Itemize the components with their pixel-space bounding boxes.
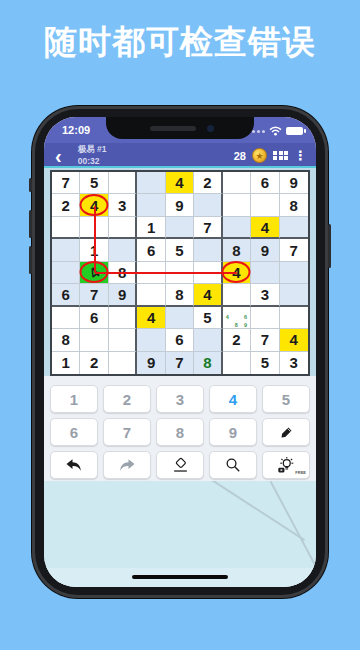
digit-button-7[interactable]: 7 [103, 418, 151, 446]
phone-frame: 12:09 ‹ 极易 #1 00:32 [32, 106, 328, 598]
cell-r8c9[interactable]: 4 [280, 329, 308, 351]
menu-icon[interactable]: ⋮ [294, 149, 307, 162]
mute-switch [29, 178, 32, 192]
cell-r3c1[interactable] [52, 217, 80, 239]
redo-icon [118, 458, 136, 473]
eraser-button[interactable] [156, 451, 204, 479]
cell-digit: 9 [261, 242, 269, 259]
cell-r2c7[interactable] [223, 194, 251, 216]
cell-r7c7[interactable]: 4689 [223, 307, 251, 329]
boards-grid-icon[interactable] [273, 151, 288, 161]
battery-icon [286, 127, 303, 135]
cell-r8c6[interactable] [194, 329, 222, 351]
digit-button-5[interactable]: 5 [262, 385, 310, 413]
cell-digit: 3 [118, 197, 126, 214]
back-button[interactable]: ‹ [55, 147, 62, 165]
cell-r1c5[interactable]: 4 [166, 172, 194, 194]
cell-r3c3[interactable] [109, 217, 137, 239]
cell-r8c7[interactable]: 2 [223, 329, 251, 351]
cell-r2c4[interactable] [137, 194, 165, 216]
cell-r9c7[interactable] [223, 352, 251, 374]
cell-r7c1[interactable] [52, 307, 80, 329]
magnifier-icon [225, 457, 241, 473]
cell-r9c8[interactable]: 5 [251, 352, 279, 374]
cell-r6c7[interactable] [223, 284, 251, 306]
cell-r9c9[interactable]: 3 [280, 352, 308, 374]
cell-r6c1[interactable]: 6 [52, 284, 80, 306]
cell-digit: 7 [90, 286, 98, 303]
cell-r4c1[interactable] [52, 239, 80, 261]
cell-digit: 4 [175, 174, 183, 191]
cell-digit: 7 [290, 242, 298, 259]
digit-button-2[interactable]: 2 [103, 385, 151, 413]
timer: 00:32 [78, 156, 100, 166]
cell-r3c5[interactable] [166, 217, 194, 239]
cell-digit: 5 [90, 174, 98, 191]
digit-button-9[interactable]: 9 [209, 418, 257, 446]
cell-r8c2[interactable] [80, 329, 108, 351]
cell-r2c1[interactable]: 2 [52, 194, 80, 216]
cell-digit: 7 [175, 354, 183, 371]
cell-r3c7[interactable] [223, 217, 251, 239]
phone-screen: 12:09 ‹ 极易 #1 00:32 [44, 117, 316, 587]
cell-r8c8[interactable]: 7 [251, 329, 279, 351]
nav-bar: ‹ 极易 #1 00:32 28 ★ ⋮ [44, 143, 316, 168]
puzzle-title: 极易 #1 [78, 144, 107, 154]
cell-r7c3[interactable] [109, 307, 137, 329]
cell-r9c6[interactable]: 8 [194, 352, 222, 374]
coin-count: 28 [234, 150, 246, 162]
cell-r5c8[interactable] [251, 262, 279, 284]
cell-r7c6[interactable]: 5 [194, 307, 222, 329]
digit-button-4-selected[interactable]: 4 [209, 385, 257, 413]
conflict-line-horizontal [95, 272, 237, 274]
eraser-icon [172, 457, 189, 473]
cell-digit: 4 [290, 331, 298, 348]
wifi-icon [269, 126, 282, 136]
cell-r9c2[interactable]: 2 [80, 352, 108, 374]
cell-digit: 5 [175, 242, 183, 259]
cell-r3c4[interactable]: 1 [137, 217, 165, 239]
cell-digit: 9 [147, 354, 155, 371]
cell-r5c9[interactable] [280, 262, 308, 284]
cell-digit: 9 [118, 286, 126, 303]
cell-r9c4[interactable]: 9 [137, 352, 165, 374]
cell-digit: 6 [147, 242, 155, 259]
cell-digit: 3 [290, 354, 298, 371]
cell-digit: 5 [203, 309, 211, 326]
cell-r5c2[interactable]: 4 [80, 262, 108, 284]
volume-up-button [29, 210, 32, 238]
cell-r4c6[interactable] [194, 239, 222, 261]
cell-digit: 4 [261, 219, 269, 236]
cell-digit: 1 [147, 219, 155, 236]
cell-digit: 6 [90, 309, 98, 326]
cell-r1c3[interactable] [109, 172, 137, 194]
cell-r3c6[interactable]: 7 [194, 217, 222, 239]
cell-r8c3[interactable] [109, 329, 137, 351]
error-circle [222, 261, 251, 283]
cell-digit: 2 [62, 197, 70, 214]
cell-digit: 8 [290, 197, 298, 214]
cell-r3c9[interactable] [280, 217, 308, 239]
cell-digit: 2 [203, 174, 211, 191]
cell-r6c4[interactable] [137, 284, 165, 306]
cell-digit: 6 [261, 174, 269, 191]
cell-digit: 2 [232, 331, 240, 348]
cell-r4c5[interactable]: 5 [166, 239, 194, 261]
cell-r6c9[interactable] [280, 284, 308, 306]
board-zone: 7542692439817416589748467984364546898627… [44, 166, 316, 376]
bottom-panel [44, 481, 316, 587]
digit-button-1[interactable]: 1 [50, 385, 98, 413]
cell-r9c3[interactable] [109, 352, 137, 374]
pencil-icon [279, 425, 294, 440]
status-bar: 12:09 [44, 117, 316, 143]
cell-r7c4[interactable]: 4 [137, 307, 165, 329]
cell-r6c5[interactable]: 8 [166, 284, 194, 306]
cell-r1c2[interactable]: 5 [80, 172, 108, 194]
cell-r3c8[interactable]: 4 [251, 217, 279, 239]
cell-digit: 6 [62, 286, 70, 303]
error-circle [80, 194, 109, 216]
cell-r6c2[interactable]: 7 [80, 284, 108, 306]
cell-r2c2[interactable]: 4 [80, 194, 108, 216]
volume-down-button [29, 246, 32, 274]
undo-icon [65, 458, 83, 473]
pencil-button[interactable] [262, 418, 310, 446]
cell-r2c5[interactable]: 9 [166, 194, 194, 216]
cell-r9c5[interactable]: 7 [166, 352, 194, 374]
cell-digit: 5 [261, 354, 269, 371]
cell-digit: 6 [175, 331, 183, 348]
cell-digit: 1 [62, 354, 70, 371]
cell-r4c8[interactable]: 9 [251, 239, 279, 261]
cell-r4c4[interactable]: 6 [137, 239, 165, 261]
cell-digit: 7 [261, 331, 269, 348]
cell-r7c9[interactable] [280, 307, 308, 329]
coin-icon[interactable]: ★ [252, 148, 267, 163]
cell-digit: 4 [203, 286, 211, 303]
cell-r1c6[interactable]: 2 [194, 172, 222, 194]
power-button [328, 224, 331, 268]
cell-r9c1[interactable]: 1 [52, 352, 80, 374]
magnifier-button[interactable] [209, 451, 257, 479]
cell-r1c8[interactable]: 6 [251, 172, 279, 194]
cell-digit: 7 [203, 219, 211, 236]
free-label: FREE [295, 470, 306, 475]
home-indicator[interactable] [132, 575, 228, 579]
cell-r7c8[interactable] [251, 307, 279, 329]
digit-button-6[interactable]: 6 [50, 418, 98, 446]
redo-button[interactable] [103, 451, 151, 479]
undo-button[interactable] [50, 451, 98, 479]
cell-digit: 8 [175, 286, 183, 303]
puzzle-info: 极易 #1 00:32 [78, 144, 107, 166]
cell-r2c3[interactable]: 3 [109, 194, 137, 216]
cell-r5c1[interactable] [52, 262, 80, 284]
cell-r2c8[interactable] [251, 194, 279, 216]
digit-button-8[interactable]: 8 [156, 418, 204, 446]
cell-r1c4[interactable] [137, 172, 165, 194]
cell-r4c3[interactable] [109, 239, 137, 261]
notch [106, 117, 254, 139]
speaker-slot [150, 126, 196, 131]
sudoku-board: 7542692439817416589748467984364546898627… [50, 170, 310, 376]
cell-r7c5[interactable] [166, 307, 194, 329]
cell-r8c1[interactable]: 8 [52, 329, 80, 351]
cell-digit: 4 [147, 309, 155, 326]
error-circle [80, 261, 109, 283]
clock: 12:09 [62, 124, 90, 136]
cell-digit: 8 [62, 331, 70, 348]
pencil-notes: 4689 [223, 307, 250, 328]
cell-r6c3[interactable]: 9 [109, 284, 137, 306]
cell-r2c9[interactable]: 8 [280, 194, 308, 216]
cell-digit: 8 [203, 354, 211, 371]
cell-r1c7[interactable] [223, 172, 251, 194]
cell-r2c6[interactable] [194, 194, 222, 216]
cell-r8c5[interactable]: 6 [166, 329, 194, 351]
cell-r8c4[interactable] [137, 329, 165, 351]
lightbulb-ad-icon [276, 456, 296, 475]
cell-r4c9[interactable]: 7 [280, 239, 308, 261]
digit-button-3[interactable]: 3 [156, 385, 204, 413]
cell-r6c8[interactable]: 3 [251, 284, 279, 306]
cell-r1c1[interactable]: 7 [52, 172, 80, 194]
front-camera [207, 125, 214, 132]
cell-digit: 9 [175, 197, 183, 214]
keypad: 1 2 3 4 5 6 7 8 9 [44, 376, 316, 481]
cell-digit: 9 [290, 174, 298, 191]
cell-r6c6[interactable]: 4 [194, 284, 222, 306]
cell-digit: 8 [232, 242, 240, 259]
page-title: 随时都可检查错误 [0, 20, 360, 65]
cell-r7c2[interactable]: 6 [80, 307, 108, 329]
cell-digit: 7 [62, 174, 70, 191]
cell-r5c7[interactable]: 4 [223, 262, 251, 284]
cell-digit: 2 [90, 354, 98, 371]
hint-button[interactable]: FREE [262, 451, 310, 479]
cell-r4c7[interactable]: 8 [223, 239, 251, 261]
cell-r1c9[interactable]: 9 [280, 172, 308, 194]
cell-digit: 3 [261, 286, 269, 303]
